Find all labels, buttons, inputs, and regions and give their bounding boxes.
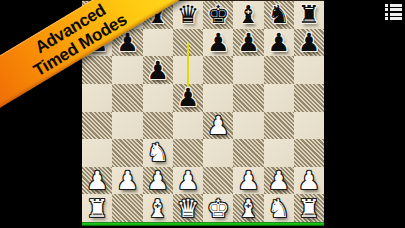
menu-icon-row	[385, 4, 402, 7]
square-h3[interactable]	[294, 139, 324, 167]
square-e6[interactable]	[203, 56, 233, 84]
square-h2[interactable]: ♟	[294, 167, 324, 195]
piece-black-queen[interactable]: ♛	[177, 2, 199, 27]
square-b5[interactable]	[112, 84, 142, 112]
square-d4[interactable]	[173, 112, 203, 140]
square-e8[interactable]: ♚	[203, 1, 233, 29]
piece-white-bishop[interactable]: ♝	[146, 196, 168, 221]
piece-white-pawn[interactable]: ♟	[207, 113, 229, 138]
piece-black-bishop[interactable]: ♝	[237, 2, 259, 27]
square-f1[interactable]: ♝	[233, 194, 263, 222]
square-g2[interactable]: ♟	[264, 167, 294, 195]
piece-white-pawn[interactable]: ♟	[298, 168, 320, 193]
square-a1[interactable]: ♜	[82, 194, 112, 222]
menu-icon-row	[385, 8, 402, 11]
square-h4[interactable]	[294, 112, 324, 140]
square-h5[interactable]	[294, 84, 324, 112]
piece-black-pawn[interactable]: ♟	[267, 30, 289, 55]
square-c3[interactable]: ♞	[143, 139, 173, 167]
square-h6[interactable]	[294, 56, 324, 84]
piece-white-king[interactable]: ♚	[207, 196, 229, 221]
square-e3[interactable]	[203, 139, 233, 167]
app-screen: ♜♞♝♛♚♝♞♜♟♟♟♟♟♟♟♟♟♞♟♟♟♟♟♟♟♜♝♛♚♝♞♜ Advance…	[0, 0, 405, 228]
square-f8[interactable]: ♝	[233, 1, 263, 29]
piece-white-pawn[interactable]: ♟	[116, 168, 138, 193]
square-g7[interactable]: ♟	[264, 29, 294, 57]
square-c6[interactable]: ♟	[143, 56, 173, 84]
square-d8[interactable]: ♛	[173, 1, 203, 29]
square-b3[interactable]	[112, 139, 142, 167]
square-h7[interactable]: ♟	[294, 29, 324, 57]
square-c2[interactable]: ♟	[143, 167, 173, 195]
square-d3[interactable]	[173, 139, 203, 167]
piece-black-rook[interactable]: ♜	[298, 2, 320, 27]
square-f4[interactable]	[233, 112, 263, 140]
square-e7[interactable]: ♟	[203, 29, 233, 57]
square-g6[interactable]	[264, 56, 294, 84]
square-f7[interactable]: ♟	[233, 29, 263, 57]
square-e5[interactable]	[203, 84, 233, 112]
square-b2[interactable]: ♟	[112, 167, 142, 195]
piece-white-pawn[interactable]: ♟	[237, 168, 259, 193]
piece-white-pawn[interactable]: ♟	[267, 168, 289, 193]
square-c4[interactable]	[143, 112, 173, 140]
square-c5[interactable]	[143, 84, 173, 112]
piece-white-rook[interactable]: ♜	[86, 196, 108, 221]
square-a2[interactable]: ♟	[82, 167, 112, 195]
square-g3[interactable]	[264, 139, 294, 167]
piece-black-pawn[interactable]: ♟	[298, 30, 320, 55]
piece-white-pawn[interactable]: ♟	[86, 168, 108, 193]
square-f2[interactable]: ♟	[233, 167, 263, 195]
piece-white-pawn[interactable]: ♟	[177, 168, 199, 193]
menu-icon[interactable]	[385, 4, 402, 20]
piece-black-pawn[interactable]: ♟	[207, 30, 229, 55]
square-a3[interactable]	[82, 139, 112, 167]
square-f3[interactable]	[233, 139, 263, 167]
square-g1[interactable]: ♞	[264, 194, 294, 222]
square-d1[interactable]: ♛	[173, 194, 203, 222]
piece-black-pawn[interactable]: ♟	[237, 30, 259, 55]
square-c7[interactable]	[143, 29, 173, 57]
square-e2[interactable]	[203, 167, 233, 195]
piece-white-knight[interactable]: ♞	[267, 196, 289, 221]
square-b6[interactable]	[112, 56, 142, 84]
square-h8[interactable]: ♜	[294, 1, 324, 29]
square-c1[interactable]: ♝	[143, 194, 173, 222]
square-d2[interactable]: ♟	[173, 167, 203, 195]
square-b1[interactable]	[112, 194, 142, 222]
square-g8[interactable]: ♞	[264, 1, 294, 29]
square-b4[interactable]	[112, 112, 142, 140]
piece-white-rook[interactable]: ♜	[298, 196, 320, 221]
piece-white-queen[interactable]: ♛	[177, 196, 199, 221]
square-a5[interactable]	[82, 84, 112, 112]
square-a4[interactable]	[82, 112, 112, 140]
square-e1[interactable]: ♚	[203, 194, 233, 222]
square-g5[interactable]	[264, 84, 294, 112]
menu-icon-row	[385, 13, 402, 16]
square-d5[interactable]: ♟	[173, 84, 203, 112]
piece-black-knight[interactable]: ♞	[267, 2, 289, 27]
square-g4[interactable]	[264, 112, 294, 140]
piece-black-pawn[interactable]: ♟	[177, 85, 199, 110]
square-f5[interactable]	[233, 84, 263, 112]
square-e4[interactable]: ♟	[203, 112, 233, 140]
piece-white-bishop[interactable]: ♝	[237, 196, 259, 221]
piece-black-king[interactable]: ♚	[207, 2, 229, 27]
piece-black-pawn[interactable]: ♟	[146, 58, 168, 83]
piece-white-pawn[interactable]: ♟	[146, 168, 168, 193]
square-a6[interactable]	[82, 56, 112, 84]
square-h1[interactable]: ♜	[294, 194, 324, 222]
menu-icon-row	[385, 17, 402, 20]
square-f6[interactable]	[233, 56, 263, 84]
piece-white-knight[interactable]: ♞	[146, 140, 168, 165]
